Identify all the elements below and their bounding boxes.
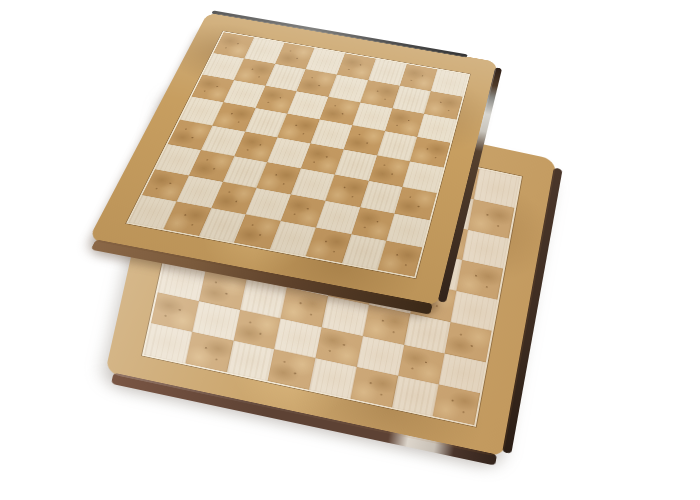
photo-canvas: [0, 0, 700, 500]
board-square: [378, 241, 422, 277]
top-board-playing-field: [126, 31, 470, 278]
